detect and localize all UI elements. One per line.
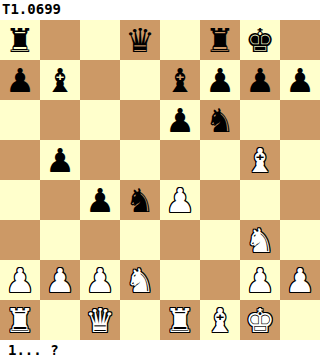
chess-board: ♜♛♜♚♟♝♝♟♟♟♟♞♟♝♟♞♟♞♟♟♟♞♟♟♜♛♜♝♚ — [0, 20, 320, 340]
square-c3[interactable] — [80, 220, 120, 260]
square-b1[interactable] — [40, 300, 80, 340]
square-e2[interactable] — [160, 260, 200, 300]
square-d3[interactable] — [120, 220, 160, 260]
square-g1[interactable]: ♚ — [240, 300, 280, 340]
square-a1[interactable]: ♜ — [0, 300, 40, 340]
square-d6[interactable] — [120, 100, 160, 140]
black-pawn-piece[interactable]: ♟ — [280, 60, 320, 100]
square-f1[interactable]: ♝ — [200, 300, 240, 340]
black-pawn-piece[interactable]: ♟ — [0, 60, 40, 100]
square-c7[interactable] — [80, 60, 120, 100]
black-rook-piece[interactable]: ♜ — [0, 20, 40, 60]
black-bishop-piece[interactable]: ♝ — [40, 60, 80, 100]
square-a5[interactable] — [0, 140, 40, 180]
square-f6[interactable]: ♞ — [200, 100, 240, 140]
white-pawn-piece[interactable]: ♟ — [40, 260, 80, 300]
black-queen-piece[interactable]: ♛ — [120, 20, 160, 60]
white-rook-piece[interactable]: ♜ — [0, 300, 40, 340]
black-pawn-piece[interactable]: ♟ — [200, 60, 240, 100]
white-bishop-piece[interactable]: ♝ — [200, 300, 240, 340]
square-c4[interactable]: ♟ — [80, 180, 120, 220]
square-e7[interactable]: ♝ — [160, 60, 200, 100]
square-c5[interactable] — [80, 140, 120, 180]
square-c8[interactable] — [80, 20, 120, 60]
square-a3[interactable] — [0, 220, 40, 260]
square-a6[interactable] — [0, 100, 40, 140]
square-h3[interactable] — [280, 220, 320, 260]
square-c6[interactable] — [80, 100, 120, 140]
square-a4[interactable] — [0, 180, 40, 220]
white-rook-piece[interactable]: ♜ — [160, 300, 200, 340]
square-h7[interactable]: ♟ — [280, 60, 320, 100]
square-h1[interactable] — [280, 300, 320, 340]
black-bishop-piece[interactable]: ♝ — [160, 60, 200, 100]
white-pawn-piece[interactable]: ♟ — [240, 260, 280, 300]
white-pawn-piece[interactable]: ♟ — [80, 260, 120, 300]
black-pawn-piece[interactable]: ♟ — [240, 60, 280, 100]
white-knight-piece[interactable]: ♞ — [120, 260, 160, 300]
white-pawn-piece[interactable]: ♟ — [160, 180, 200, 220]
square-b6[interactable] — [40, 100, 80, 140]
black-knight-piece[interactable]: ♞ — [120, 180, 160, 220]
black-knight-piece[interactable]: ♞ — [200, 100, 240, 140]
square-b2[interactable]: ♟ — [40, 260, 80, 300]
white-king-piece[interactable]: ♚ — [240, 300, 280, 340]
square-h8[interactable] — [280, 20, 320, 60]
square-e3[interactable] — [160, 220, 200, 260]
square-h6[interactable] — [280, 100, 320, 140]
square-d8[interactable]: ♛ — [120, 20, 160, 60]
black-pawn-piece[interactable]: ♟ — [40, 140, 80, 180]
square-b5[interactable]: ♟ — [40, 140, 80, 180]
white-knight-piece[interactable]: ♞ — [240, 220, 280, 260]
problem-id-label: T1.0699 — [0, 0, 320, 20]
white-queen-piece[interactable]: ♛ — [80, 300, 120, 340]
square-b8[interactable] — [40, 20, 80, 60]
square-e1[interactable]: ♜ — [160, 300, 200, 340]
black-rook-piece[interactable]: ♜ — [200, 20, 240, 60]
square-d4[interactable]: ♞ — [120, 180, 160, 220]
square-b7[interactable]: ♝ — [40, 60, 80, 100]
square-a8[interactable]: ♜ — [0, 20, 40, 60]
square-b4[interactable] — [40, 180, 80, 220]
white-bishop-piece[interactable]: ♝ — [240, 140, 280, 180]
black-pawn-piece[interactable]: ♟ — [160, 100, 200, 140]
white-pawn-piece[interactable]: ♟ — [0, 260, 40, 300]
square-f2[interactable] — [200, 260, 240, 300]
square-f5[interactable] — [200, 140, 240, 180]
square-e8[interactable] — [160, 20, 200, 60]
square-g4[interactable] — [240, 180, 280, 220]
square-f3[interactable] — [200, 220, 240, 260]
square-f7[interactable]: ♟ — [200, 60, 240, 100]
square-e5[interactable] — [160, 140, 200, 180]
square-d2[interactable]: ♞ — [120, 260, 160, 300]
square-f4[interactable] — [200, 180, 240, 220]
square-g7[interactable]: ♟ — [240, 60, 280, 100]
square-d7[interactable] — [120, 60, 160, 100]
square-g3[interactable]: ♞ — [240, 220, 280, 260]
square-c1[interactable]: ♛ — [80, 300, 120, 340]
square-g6[interactable] — [240, 100, 280, 140]
square-a7[interactable]: ♟ — [0, 60, 40, 100]
square-c2[interactable]: ♟ — [80, 260, 120, 300]
square-d1[interactable] — [120, 300, 160, 340]
square-h5[interactable] — [280, 140, 320, 180]
square-f8[interactable]: ♜ — [200, 20, 240, 60]
square-e4[interactable]: ♟ — [160, 180, 200, 220]
square-b3[interactable] — [40, 220, 80, 260]
square-d5[interactable] — [120, 140, 160, 180]
black-king-piece[interactable]: ♚ — [240, 20, 280, 60]
square-g5[interactable]: ♝ — [240, 140, 280, 180]
square-e6[interactable]: ♟ — [160, 100, 200, 140]
square-g8[interactable]: ♚ — [240, 20, 280, 60]
square-a2[interactable]: ♟ — [0, 260, 40, 300]
black-pawn-piece[interactable]: ♟ — [80, 180, 120, 220]
square-g2[interactable]: ♟ — [240, 260, 280, 300]
square-h2[interactable]: ♟ — [280, 260, 320, 300]
white-pawn-piece[interactable]: ♟ — [280, 260, 320, 300]
square-h4[interactable] — [280, 180, 320, 220]
move-prompt-label: 1... ? — [0, 340, 320, 360]
